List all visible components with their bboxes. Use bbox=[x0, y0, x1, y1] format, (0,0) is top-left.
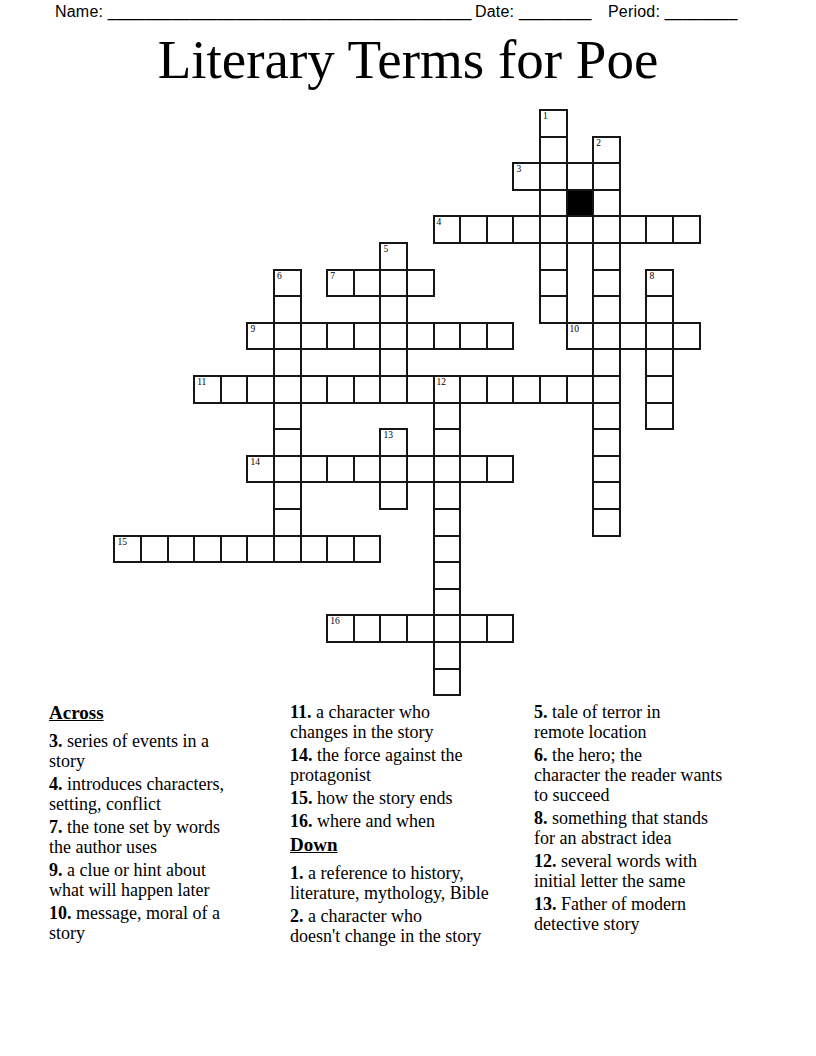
grid-cell-r10c20[interactable] bbox=[645, 375, 674, 404]
grid-cell-r6c6[interactable]: 6 bbox=[273, 269, 302, 298]
grid-cell-r4c20[interactable] bbox=[645, 215, 674, 244]
grid-cell-r8c5[interactable]: 9 bbox=[246, 322, 275, 351]
grid-cell-r4c17[interactable] bbox=[566, 215, 595, 244]
grid-cell-r10c18[interactable] bbox=[592, 375, 621, 404]
grid-cell-r10c7[interactable] bbox=[300, 375, 329, 404]
clues-column-across: Across3. series of events in astory4. in… bbox=[49, 702, 224, 946]
clue-number-4: 4. bbox=[49, 774, 63, 794]
clue-6-line-3: to succeed bbox=[534, 785, 722, 805]
grid-cell-r12c12[interactable] bbox=[433, 428, 462, 457]
grid-cell-r10c4[interactable] bbox=[220, 375, 249, 404]
grid-cell-r13c8[interactable] bbox=[326, 455, 355, 484]
grid-cell-r8c9[interactable] bbox=[353, 322, 382, 351]
grid-cell-r6c18[interactable] bbox=[592, 269, 621, 298]
grid-cell-r1c16[interactable] bbox=[539, 136, 568, 165]
grid-cell-r8c11[interactable] bbox=[406, 322, 435, 351]
clue-7-line-2: the author uses bbox=[49, 837, 224, 857]
grid-cell-r5c16[interactable] bbox=[539, 242, 568, 271]
clue-14-line-1: 14. the force against the bbox=[290, 745, 489, 765]
cell-number-2: 2 bbox=[596, 138, 601, 148]
grid-cell-r11c18[interactable] bbox=[592, 402, 621, 431]
grid-cell-r6c11[interactable] bbox=[406, 269, 435, 298]
clue-6-line-1: 6. the hero; the bbox=[534, 745, 722, 765]
clue-13-line-2: detective story bbox=[534, 914, 722, 934]
clue-14: 14. the force against theprotagonist bbox=[290, 745, 489, 785]
clue-13-line-1: 13. Father of modern bbox=[534, 894, 722, 914]
grid-cell-r6c8[interactable]: 7 bbox=[326, 269, 355, 298]
clue-2-line-1: 2. a character who bbox=[290, 906, 489, 926]
grid-cell-r19c13[interactable] bbox=[459, 614, 488, 643]
grid-cell-r3c16[interactable] bbox=[539, 189, 568, 218]
grid-cell-r7c20[interactable] bbox=[645, 295, 674, 324]
clue-number-9: 9. bbox=[49, 860, 63, 880]
grid-cell-r6c20[interactable]: 8 bbox=[645, 269, 674, 298]
grid-cell-r11c20[interactable] bbox=[645, 402, 674, 431]
clue-15: 15. how the story ends bbox=[290, 788, 489, 808]
clue-10: 10. message, moral of astory bbox=[49, 903, 224, 943]
clue-number-6: 6. bbox=[534, 745, 548, 765]
clue-10-line-1: 10. message, moral of a bbox=[49, 903, 224, 923]
grid-cell-r16c0[interactable]: 15 bbox=[113, 535, 142, 564]
clue-number-14: 14. bbox=[290, 745, 313, 765]
grid-cell-r9c18[interactable] bbox=[592, 348, 621, 377]
clue-5-line-2: remote location bbox=[534, 722, 722, 742]
grid-cell-r13c14[interactable] bbox=[486, 455, 515, 484]
cell-number-5: 5 bbox=[383, 244, 388, 254]
clue-4: 4. introduces characters,setting, confli… bbox=[49, 774, 224, 814]
grid-cell-r19c14[interactable] bbox=[486, 614, 515, 643]
clue-7: 7. the tone set by wordsthe author uses bbox=[49, 817, 224, 857]
clue-7-line-1: 7. the tone set by words bbox=[49, 817, 224, 837]
grid-cell-r5c18[interactable] bbox=[592, 242, 621, 271]
grid-cell-r19c12[interactable] bbox=[433, 614, 462, 643]
grid-cell-r16c4[interactable] bbox=[220, 535, 249, 564]
cell-number-13: 13 bbox=[383, 430, 393, 440]
grid-cell-r16c5[interactable] bbox=[246, 535, 275, 564]
clue-6-line-2: character the reader wants bbox=[534, 765, 722, 785]
clue-5: 5. tale of terror inremote location bbox=[534, 702, 722, 742]
grid-cell-r12c18[interactable] bbox=[592, 428, 621, 457]
clue-8-line-2: for an abstract idea bbox=[534, 828, 722, 848]
grid-cell-r13c9[interactable] bbox=[353, 455, 382, 484]
grid-cell-r10c9[interactable] bbox=[353, 375, 382, 404]
grid-cell-r2c16[interactable] bbox=[539, 162, 568, 191]
grid-cell-r5c10[interactable]: 5 bbox=[379, 242, 408, 271]
clues-column-middle: 11. a character whochanges in the story1… bbox=[290, 702, 489, 949]
clue-9-line-2: what will happen later bbox=[49, 880, 224, 900]
crossword-grid: 12345678910111213141516 bbox=[0, 0, 816, 700]
cell-number-7: 7 bbox=[330, 271, 335, 281]
grid-cell-r15c18[interactable] bbox=[592, 508, 621, 537]
grid-cell-r10c10[interactable] bbox=[379, 375, 408, 404]
worksheet-page: Name: __________________________________… bbox=[0, 0, 816, 1056]
cell-number-12: 12 bbox=[437, 377, 447, 387]
grid-cell-r16c6[interactable] bbox=[273, 535, 302, 564]
grid-cell-r7c18[interactable] bbox=[592, 295, 621, 324]
grid-cell-r14c18[interactable] bbox=[592, 481, 621, 510]
clue-12: 12. several words withinitial letter the… bbox=[534, 851, 722, 891]
grid-cell-r16c8[interactable] bbox=[326, 535, 355, 564]
grid-cell-r16c1[interactable] bbox=[140, 535, 169, 564]
clue-11-line-1: 11. a character who bbox=[290, 702, 489, 722]
clue-6: 6. the hero; thecharacter the reader wan… bbox=[534, 745, 722, 805]
clue-9: 9. a clue or hint aboutwhat will happen … bbox=[49, 860, 224, 900]
clue-13: 13. Father of moderndetective story bbox=[534, 894, 722, 934]
clue-5-line-1: 5. tale of terror in bbox=[534, 702, 722, 722]
grid-cell-r16c3[interactable] bbox=[193, 535, 222, 564]
grid-cell-r14c10[interactable] bbox=[379, 481, 408, 510]
grid-cell-r1c18[interactable]: 2 bbox=[592, 136, 621, 165]
grid-cell-r19c8[interactable]: 16 bbox=[326, 614, 355, 643]
grid-cell-r13c10[interactable] bbox=[379, 455, 408, 484]
black-cell bbox=[566, 189, 595, 218]
clue-2: 2. a character whodoesn't change in the … bbox=[290, 906, 489, 946]
clue-8-line-1: 8. something that stands bbox=[534, 808, 722, 828]
cell-number-1: 1 bbox=[543, 111, 548, 121]
grid-cell-r8c6[interactable] bbox=[273, 322, 302, 351]
grid-cell-r15c12[interactable] bbox=[433, 508, 462, 537]
grid-cell-r13c11[interactable] bbox=[406, 455, 435, 484]
grid-cell-r11c12[interactable] bbox=[433, 402, 462, 431]
grid-cell-r6c10[interactable] bbox=[379, 269, 408, 298]
grid-cell-r10c5[interactable] bbox=[246, 375, 275, 404]
grid-cell-r10c6[interactable] bbox=[273, 375, 302, 404]
grid-cell-r19c9[interactable] bbox=[353, 614, 382, 643]
grid-cell-r7c10[interactable] bbox=[379, 295, 408, 324]
grid-cell-r8c18[interactable] bbox=[592, 322, 621, 351]
grid-cell-r9c20[interactable] bbox=[645, 348, 674, 377]
clue-number-3: 3. bbox=[49, 731, 63, 751]
cell-number-8: 8 bbox=[649, 271, 654, 281]
grid-cell-r4c16[interactable] bbox=[539, 215, 568, 244]
grid-cell-r8c19[interactable] bbox=[619, 322, 648, 351]
clue-16: 16. where and when bbox=[290, 811, 489, 831]
clue-number-16: 16. bbox=[290, 811, 313, 831]
grid-cell-r4c14[interactable] bbox=[486, 215, 515, 244]
grid-cell-r9c10[interactable] bbox=[379, 348, 408, 377]
cell-number-11: 11 bbox=[197, 377, 206, 387]
grid-cell-r10c12[interactable]: 12 bbox=[433, 375, 462, 404]
grid-cell-r7c16[interactable] bbox=[539, 295, 568, 324]
grid-cell-r4c12[interactable]: 4 bbox=[433, 215, 462, 244]
grid-cell-r8c17[interactable]: 10 bbox=[566, 322, 595, 351]
cell-number-6: 6 bbox=[277, 271, 282, 281]
grid-cell-r16c12[interactable] bbox=[433, 535, 462, 564]
grid-cell-r21c12[interactable] bbox=[433, 668, 462, 697]
grid-cell-r8c20[interactable] bbox=[645, 322, 674, 351]
grid-cell-r13c18[interactable] bbox=[592, 455, 621, 484]
clue-11: 11. a character whochanges in the story bbox=[290, 702, 489, 742]
grid-cell-r4c13[interactable] bbox=[459, 215, 488, 244]
grid-cell-r17c12[interactable] bbox=[433, 561, 462, 590]
grid-cell-r8c13[interactable] bbox=[459, 322, 488, 351]
grid-cell-r7c6[interactable] bbox=[273, 295, 302, 324]
grid-cell-r13c6[interactable] bbox=[273, 455, 302, 484]
grid-cell-r14c12[interactable] bbox=[433, 481, 462, 510]
grid-cell-r4c18[interactable] bbox=[592, 215, 621, 244]
grid-cell-r11c6[interactable] bbox=[273, 402, 302, 431]
clue-number-5: 5. bbox=[534, 702, 548, 722]
grid-cell-r13c5[interactable]: 14 bbox=[246, 455, 275, 484]
clue-4-line-2: setting, conflict bbox=[49, 794, 224, 814]
grid-cell-r12c10[interactable]: 13 bbox=[379, 428, 408, 457]
clue-14-line-2: protagonist bbox=[290, 765, 489, 785]
clue-3-line-1: 3. series of events in a bbox=[49, 731, 224, 751]
grid-cell-r8c14[interactable] bbox=[486, 322, 515, 351]
grid-cell-r10c15[interactable] bbox=[512, 375, 541, 404]
grid-cell-r13c12[interactable] bbox=[433, 455, 462, 484]
grid-cell-r0c16[interactable]: 1 bbox=[539, 109, 568, 138]
cell-number-15: 15 bbox=[117, 537, 127, 547]
grid-cell-r14c6[interactable] bbox=[273, 481, 302, 510]
cell-number-9: 9 bbox=[250, 324, 255, 334]
clue-10-line-2: story bbox=[49, 923, 224, 943]
clues-header-across: Across bbox=[49, 702, 224, 724]
clue-12-line-2: initial letter the same bbox=[534, 871, 722, 891]
grid-cell-r19c10[interactable] bbox=[379, 614, 408, 643]
grid-cell-r4c21[interactable] bbox=[672, 215, 701, 244]
grid-cell-r13c13[interactable] bbox=[459, 455, 488, 484]
clue-number-15: 15. bbox=[290, 788, 313, 808]
clue-3-line-2: story bbox=[49, 751, 224, 771]
cell-number-3: 3 bbox=[516, 164, 521, 174]
clue-1-line-2: literature, mythology, Bible bbox=[290, 883, 489, 903]
clue-number-10: 10. bbox=[49, 903, 72, 923]
grid-cell-r9c6[interactable] bbox=[273, 348, 302, 377]
clue-11-line-2: changes in the story bbox=[290, 722, 489, 742]
clue-16-line-1: 16. where and when bbox=[290, 811, 489, 831]
grid-cell-r6c9[interactable] bbox=[353, 269, 382, 298]
grid-cell-r19c11[interactable] bbox=[406, 614, 435, 643]
clue-15-line-1: 15. how the story ends bbox=[290, 788, 489, 808]
grid-cell-r8c7[interactable] bbox=[300, 322, 329, 351]
cell-number-14: 14 bbox=[250, 457, 260, 467]
grid-cell-r10c13[interactable] bbox=[459, 375, 488, 404]
grid-cell-r4c15[interactable] bbox=[512, 215, 541, 244]
grid-cell-r4c19[interactable] bbox=[619, 215, 648, 244]
cell-number-10: 10 bbox=[570, 324, 580, 334]
cell-number-4: 4 bbox=[437, 217, 442, 227]
clue-3: 3. series of events in astory bbox=[49, 731, 224, 771]
grid-cell-r10c3[interactable]: 11 bbox=[193, 375, 222, 404]
grid-cell-r10c11[interactable] bbox=[406, 375, 435, 404]
grid-cell-r12c6[interactable] bbox=[273, 428, 302, 457]
clues-header-down: Down bbox=[290, 834, 489, 856]
grid-cell-r20c12[interactable] bbox=[433, 641, 462, 670]
clue-1-line-1: 1. a reference to history, bbox=[290, 863, 489, 883]
grid-cell-r10c8[interactable] bbox=[326, 375, 355, 404]
grid-cell-r16c7[interactable] bbox=[300, 535, 329, 564]
grid-cell-r3c18[interactable] bbox=[592, 189, 621, 218]
clue-number-11: 11. bbox=[290, 702, 312, 722]
grid-cell-r13c7[interactable] bbox=[300, 455, 329, 484]
grid-cell-r2c17[interactable] bbox=[566, 162, 595, 191]
grid-cell-r10c16[interactable] bbox=[539, 375, 568, 404]
grid-cell-r16c2[interactable] bbox=[167, 535, 196, 564]
clue-number-7: 7. bbox=[49, 817, 63, 837]
grid-cell-r16c9[interactable] bbox=[353, 535, 382, 564]
clue-number-13: 13. bbox=[534, 894, 557, 914]
grid-cell-r18c12[interactable] bbox=[433, 588, 462, 617]
grid-cell-r2c18[interactable] bbox=[592, 162, 621, 191]
grid-cell-r2c15[interactable]: 3 bbox=[512, 162, 541, 191]
clue-number-8: 8. bbox=[534, 808, 548, 828]
grid-cell-r8c21[interactable] bbox=[672, 322, 701, 351]
grid-cell-r6c16[interactable] bbox=[539, 269, 568, 298]
clue-number-12: 12. bbox=[534, 851, 557, 871]
cell-number-16: 16 bbox=[330, 616, 340, 626]
clue-1: 1. a reference to history,literature, my… bbox=[290, 863, 489, 903]
clue-12-line-1: 12. several words with bbox=[534, 851, 722, 871]
clue-4-line-1: 4. introduces characters, bbox=[49, 774, 224, 794]
clues-column-down: 5. tale of terror inremote location6. th… bbox=[534, 702, 722, 937]
clue-9-line-1: 9. a clue or hint about bbox=[49, 860, 224, 880]
grid-cell-r8c10[interactable] bbox=[379, 322, 408, 351]
grid-cell-r8c12[interactable] bbox=[433, 322, 462, 351]
grid-cell-r8c8[interactable] bbox=[326, 322, 355, 351]
clue-2-line-2: doesn't change in the story bbox=[290, 926, 489, 946]
clue-number-1: 1. bbox=[290, 863, 304, 883]
clue-8: 8. something that standsfor an abstract … bbox=[534, 808, 722, 848]
grid-cell-r10c14[interactable] bbox=[486, 375, 515, 404]
grid-cell-r15c6[interactable] bbox=[273, 508, 302, 537]
grid-cell-r10c17[interactable] bbox=[566, 375, 595, 404]
clue-number-2: 2. bbox=[290, 906, 304, 926]
